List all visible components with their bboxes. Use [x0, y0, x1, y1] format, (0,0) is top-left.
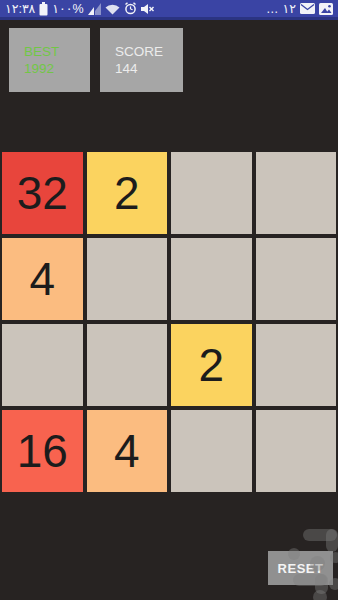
cell-r1c0-tile-4: 4	[2, 238, 83, 320]
phone-screen: ۱۲:۳۸ ۱۰۰% … ۱۲	[0, 0, 338, 600]
alarm-icon	[124, 2, 137, 15]
cell-r3c1-tile-4: 4	[87, 410, 168, 492]
score-value: 144	[115, 60, 183, 77]
image-icon	[319, 3, 333, 15]
cell-r1c3-empty	[256, 238, 337, 320]
mute-icon	[141, 3, 154, 15]
watermark-shape	[303, 529, 337, 541]
cell-r2c3-empty	[256, 324, 337, 406]
cell-r2c0-empty	[2, 324, 83, 406]
wifi-icon	[105, 3, 120, 15]
best-score-box: BEST 1992	[9, 28, 90, 92]
cell-r3c3-empty	[256, 410, 337, 492]
status-left: ۱۲:۳۸ ۱۰۰%	[5, 1, 154, 16]
cell-r2c2-tile-2: 2	[171, 324, 252, 406]
overflow-icon: …	[266, 2, 279, 16]
signal-icon	[88, 3, 101, 15]
cell-r1c2-empty	[171, 238, 252, 320]
game-board[interactable]: 32242164	[2, 152, 336, 492]
score-label: SCORE	[115, 43, 183, 60]
cell-r1c1-empty	[87, 238, 168, 320]
reset-button[interactable]: RESET	[268, 551, 333, 585]
mail-icon	[300, 3, 315, 14]
best-label: BEST	[24, 43, 90, 60]
cell-r0c0-tile-32: 32	[2, 152, 83, 234]
watermark-shape	[313, 590, 327, 600]
status-right: … ۱۲	[266, 1, 333, 16]
cell-r0c1-tile-2: 2	[87, 152, 168, 234]
status-bar: ۱۲:۳۸ ۱۰۰% … ۱۲	[0, 0, 338, 20]
battery-percent-text: ۱۰۰%	[52, 1, 83, 16]
clock-text: ۱۲:۳۸	[5, 1, 35, 16]
battery-icon	[39, 2, 48, 16]
cell-r0c2-empty	[171, 152, 252, 234]
current-score-box: SCORE 144	[100, 28, 183, 92]
cell-r0c3-empty	[256, 152, 337, 234]
cell-r3c0-tile-16: 16	[2, 410, 83, 492]
cell-r3c2-empty	[171, 410, 252, 492]
cell-r2c1-empty	[87, 324, 168, 406]
notification-count-text: ۱۲	[283, 1, 296, 16]
best-value: 1992	[24, 60, 90, 77]
watermark-shape	[326, 529, 338, 552]
